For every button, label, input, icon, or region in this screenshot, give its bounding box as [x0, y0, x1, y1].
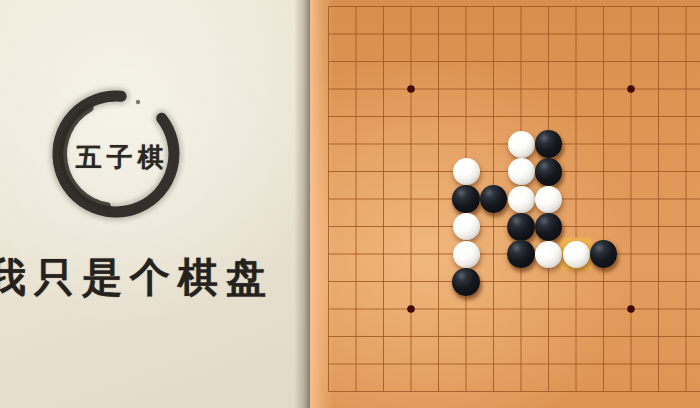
- board-cell[interactable]: [562, 185, 590, 213]
- board-cell[interactable]: [315, 240, 343, 268]
- board-cell[interactable]: [370, 185, 398, 213]
- black-stone: [535, 213, 563, 241]
- board-cell[interactable]: [452, 213, 480, 241]
- board-cell[interactable]: [397, 158, 425, 186]
- board-cell[interactable]: [480, 350, 508, 378]
- board-cell[interactable]: [507, 350, 535, 378]
- board-cell[interactable]: [480, 20, 508, 48]
- board-cell[interactable]: [425, 0, 453, 20]
- board-cell[interactable]: [507, 75, 535, 103]
- board-cell[interactable]: [535, 350, 563, 378]
- board-cell[interactable]: [370, 130, 398, 158]
- board-cell[interactable]: [480, 268, 508, 296]
- board-cell[interactable]: [342, 0, 370, 20]
- board-cell[interactable]: [507, 0, 535, 20]
- board-cell[interactable]: [507, 268, 535, 296]
- board-cell[interactable]: [370, 158, 398, 186]
- board-cell[interactable]: [590, 323, 618, 351]
- board-cell[interactable]: [370, 0, 398, 20]
- board-cell[interactable]: [645, 48, 673, 76]
- board-cell[interactable]: [425, 295, 453, 323]
- board-cell[interactable]: [672, 48, 700, 76]
- board-cell[interactable]: [397, 48, 425, 76]
- board-cell[interactable]: [645, 323, 673, 351]
- board-cell[interactable]: [452, 323, 480, 351]
- board-cell[interactable]: [425, 130, 453, 158]
- board-cell[interactable]: [590, 378, 618, 406]
- board-cell[interactable]: [590, 20, 618, 48]
- board-cell[interactable]: [425, 75, 453, 103]
- board-cell[interactable]: [397, 213, 425, 241]
- board-cell[interactable]: [672, 268, 700, 296]
- board-cell[interactable]: [452, 0, 480, 20]
- board-cell[interactable]: [315, 185, 343, 213]
- board-cell[interactable]: [590, 185, 618, 213]
- board-cell[interactable]: [397, 240, 425, 268]
- board-cell[interactable]: [507, 158, 535, 186]
- board-cell[interactable]: [370, 20, 398, 48]
- board-cell[interactable]: [397, 103, 425, 131]
- board-cell[interactable]: [535, 103, 563, 131]
- board-cell[interactable]: [315, 213, 343, 241]
- board-cell[interactable]: [425, 268, 453, 296]
- board-cell[interactable]: [672, 323, 700, 351]
- board-cell[interactable]: [535, 48, 563, 76]
- board-cell[interactable]: [590, 75, 618, 103]
- board-cell[interactable]: [452, 103, 480, 131]
- board-cell[interactable]: [672, 350, 700, 378]
- board-cell[interactable]: [480, 130, 508, 158]
- board-cell[interactable]: [397, 75, 425, 103]
- board-cell[interactable]: [590, 213, 618, 241]
- white-stone: [563, 241, 590, 268]
- board-cell[interactable]: [397, 350, 425, 378]
- board-cell[interactable]: [342, 158, 370, 186]
- board-cell[interactable]: [397, 130, 425, 158]
- black-stone: [590, 240, 618, 268]
- board-cell[interactable]: [342, 378, 370, 406]
- board-cell[interactable]: [672, 295, 700, 323]
- black-stone: [535, 130, 563, 158]
- black-stone: [507, 213, 535, 241]
- board-cell[interactable]: [342, 323, 370, 351]
- board-cell[interactable]: [425, 323, 453, 351]
- board-cell[interactable]: [507, 103, 535, 131]
- board-cell[interactable]: [480, 185, 508, 213]
- white-stone: [453, 158, 480, 185]
- board-cell[interactable]: [342, 130, 370, 158]
- board-cell[interactable]: [535, 240, 563, 268]
- board-cell[interactable]: [452, 158, 480, 186]
- board-cell[interactable]: [562, 103, 590, 131]
- board-cell[interactable]: [645, 158, 673, 186]
- black-stone: [480, 185, 508, 213]
- board-cell[interactable]: [480, 0, 508, 20]
- board-cell[interactable]: [672, 0, 700, 20]
- board-cell[interactable]: [370, 75, 398, 103]
- board-cell[interactable]: [315, 268, 343, 296]
- board-cell[interactable]: [507, 295, 535, 323]
- board-cell[interactable]: [562, 130, 590, 158]
- board-cell[interactable]: [617, 268, 645, 296]
- board-cell[interactable]: [480, 323, 508, 351]
- board-cell[interactable]: [452, 20, 480, 48]
- board-cell[interactable]: [507, 20, 535, 48]
- board-cell[interactable]: [562, 295, 590, 323]
- board-grid: [315, 0, 700, 405]
- board-cell[interactable]: [590, 130, 618, 158]
- board-cell[interactable]: [535, 378, 563, 406]
- white-stone: [508, 131, 535, 158]
- board-cell[interactable]: [507, 48, 535, 76]
- board-cell[interactable]: [425, 213, 453, 241]
- board-cell[interactable]: [617, 0, 645, 20]
- board-cell[interactable]: [370, 323, 398, 351]
- board-cell[interactable]: [672, 158, 700, 186]
- gomoku-board: [310, 0, 700, 408]
- board-cell[interactable]: [645, 130, 673, 158]
- board-cell[interactable]: [535, 213, 563, 241]
- board-cell[interactable]: [397, 268, 425, 296]
- board-cell[interactable]: [480, 240, 508, 268]
- board-cell[interactable]: [370, 268, 398, 296]
- board-cell[interactable]: [617, 75, 645, 103]
- board-cell[interactable]: [562, 75, 590, 103]
- board-cell[interactable]: [672, 20, 700, 48]
- caption-text: 我只是个棋盘: [0, 250, 274, 305]
- board-cell[interactable]: [342, 240, 370, 268]
- board-cell[interactable]: [425, 185, 453, 213]
- board-cell[interactable]: [562, 213, 590, 241]
- board-cell[interactable]: [397, 185, 425, 213]
- board-cell[interactable]: [645, 378, 673, 406]
- board-cell[interactable]: [562, 158, 590, 186]
- board-cell[interactable]: [645, 75, 673, 103]
- board-cell[interactable]: [452, 268, 480, 296]
- board-cell[interactable]: [617, 350, 645, 378]
- board-cell[interactable]: [562, 378, 590, 406]
- board-cell[interactable]: [590, 268, 618, 296]
- board-cell[interactable]: [397, 0, 425, 20]
- board-cell[interactable]: [590, 103, 618, 131]
- board-cell[interactable]: [342, 268, 370, 296]
- board-cell[interactable]: [452, 240, 480, 268]
- black-stone: [452, 185, 480, 213]
- board-cell[interactable]: [562, 240, 590, 268]
- board-cell[interactable]: [342, 20, 370, 48]
- board-cell[interactable]: [617, 240, 645, 268]
- board-cell[interactable]: [645, 268, 673, 296]
- board-cell[interactable]: [480, 295, 508, 323]
- board-cell[interactable]: [452, 48, 480, 76]
- board-cell[interactable]: [617, 103, 645, 131]
- board-cell[interactable]: [342, 48, 370, 76]
- white-stone: [535, 241, 562, 268]
- board-cell[interactable]: [370, 213, 398, 241]
- board-cell[interactable]: [397, 295, 425, 323]
- board-cell[interactable]: [645, 350, 673, 378]
- board-cell[interactable]: [672, 130, 700, 158]
- board-cell[interactable]: [590, 48, 618, 76]
- board-cell[interactable]: [672, 185, 700, 213]
- board-cell[interactable]: [370, 103, 398, 131]
- board-cell[interactable]: [617, 323, 645, 351]
- board-cell[interactable]: [425, 48, 453, 76]
- board-cell[interactable]: [645, 185, 673, 213]
- board-cell[interactable]: [342, 103, 370, 131]
- board-cell[interactable]: [480, 213, 508, 241]
- black-stone: [535, 158, 563, 186]
- board-cell[interactable]: [645, 295, 673, 323]
- board-cell[interactable]: [507, 213, 535, 241]
- board-cell[interactable]: [342, 295, 370, 323]
- board-cell[interactable]: [562, 20, 590, 48]
- white-stone: [508, 158, 535, 185]
- board-cell[interactable]: [315, 75, 343, 103]
- board-cell[interactable]: [342, 213, 370, 241]
- board-cell[interactable]: [562, 0, 590, 20]
- board-cell[interactable]: [315, 378, 343, 406]
- black-stone: [507, 240, 535, 268]
- board-cell[interactable]: [315, 295, 343, 323]
- white-stone: [453, 241, 480, 268]
- board-cell[interactable]: [342, 75, 370, 103]
- screenshot-root: 五子棋 我只是个棋盘: [0, 0, 700, 408]
- board-cell[interactable]: [480, 378, 508, 406]
- board-cell[interactable]: [535, 185, 563, 213]
- board-cell[interactable]: [562, 48, 590, 76]
- board-cell[interactable]: [425, 103, 453, 131]
- board-cell[interactable]: [452, 350, 480, 378]
- board-cell[interactable]: [397, 323, 425, 351]
- board-cell[interactable]: [535, 20, 563, 48]
- board-cell[interactable]: [480, 48, 508, 76]
- board-cell[interactable]: [370, 240, 398, 268]
- board-cell[interactable]: [590, 350, 618, 378]
- white-stone: [453, 213, 480, 240]
- board-cell[interactable]: [617, 378, 645, 406]
- board-cell[interactable]: [562, 268, 590, 296]
- board-cell[interactable]: [452, 130, 480, 158]
- board-cell[interactable]: [315, 103, 343, 131]
- board-cell[interactable]: [507, 378, 535, 406]
- board-cell[interactable]: [617, 130, 645, 158]
- board-cell[interactable]: [342, 350, 370, 378]
- board-cell[interactable]: [672, 213, 700, 241]
- board-cell[interactable]: [452, 75, 480, 103]
- ink-speck: [136, 100, 140, 104]
- board-cell[interactable]: [480, 158, 508, 186]
- board-cell[interactable]: [397, 20, 425, 48]
- board-cell[interactable]: [507, 130, 535, 158]
- board-cell[interactable]: [315, 0, 343, 20]
- board-cell[interactable]: [370, 295, 398, 323]
- board-cell[interactable]: [507, 240, 535, 268]
- board-cell[interactable]: [535, 0, 563, 20]
- board-cell[interactable]: [535, 75, 563, 103]
- board-cell[interactable]: [617, 295, 645, 323]
- board-cell[interactable]: [425, 350, 453, 378]
- board-cell[interactable]: [425, 158, 453, 186]
- board-cell[interactable]: [645, 20, 673, 48]
- board-cell[interactable]: [342, 185, 370, 213]
- board-cell[interactable]: [590, 295, 618, 323]
- board-cell[interactable]: [452, 295, 480, 323]
- board-cell[interactable]: [617, 48, 645, 76]
- board-cell[interactable]: [672, 378, 700, 406]
- board-cell[interactable]: [535, 130, 563, 158]
- left-panel: 五子棋 我只是个棋盘: [0, 0, 310, 408]
- white-stone: [508, 186, 535, 213]
- board-cell[interactable]: [315, 130, 343, 158]
- board-cell[interactable]: [315, 350, 343, 378]
- board-cell[interactable]: [535, 158, 563, 186]
- board-cell[interactable]: [315, 20, 343, 48]
- white-stone: [535, 186, 562, 213]
- board-cell[interactable]: [645, 213, 673, 241]
- board-cell[interactable]: [452, 378, 480, 406]
- board-cell[interactable]: [672, 103, 700, 131]
- board-cell[interactable]: [315, 323, 343, 351]
- black-stone: [452, 268, 480, 296]
- board-cell[interactable]: [672, 240, 700, 268]
- panel-board-seam-shadow: [294, 0, 310, 408]
- board-cell[interactable]: [425, 378, 453, 406]
- board-cell[interactable]: [645, 0, 673, 20]
- board-cell[interactable]: [315, 158, 343, 186]
- board-cell[interactable]: [590, 0, 618, 20]
- board-cell[interactable]: [535, 323, 563, 351]
- board-cell[interactable]: [672, 75, 700, 103]
- board-cell[interactable]: [507, 323, 535, 351]
- board-cell[interactable]: [535, 268, 563, 296]
- board-cell[interactable]: [480, 103, 508, 131]
- board-cell[interactable]: [590, 240, 618, 268]
- board-cell[interactable]: [645, 240, 673, 268]
- board-cell[interactable]: [425, 240, 453, 268]
- board-cell[interactable]: [617, 20, 645, 48]
- board-cell[interactable]: [452, 185, 480, 213]
- board-cell[interactable]: [562, 323, 590, 351]
- board-cell[interactable]: [370, 350, 398, 378]
- board-cell[interactable]: [617, 213, 645, 241]
- board-cell[interactable]: [480, 75, 508, 103]
- board-cell[interactable]: [425, 20, 453, 48]
- board-cell[interactable]: [617, 158, 645, 186]
- board-cell[interactable]: [315, 48, 343, 76]
- board-cell[interactable]: [535, 295, 563, 323]
- board-cell[interactable]: [370, 378, 398, 406]
- board-cell[interactable]: [617, 185, 645, 213]
- board-cell[interactable]: [590, 158, 618, 186]
- board-cell[interactable]: [562, 350, 590, 378]
- game-title: 五子棋: [56, 140, 188, 175]
- board-cell[interactable]: [397, 378, 425, 406]
- board-cell[interactable]: [507, 185, 535, 213]
- board-cell[interactable]: [645, 103, 673, 131]
- board-cell[interactable]: [370, 48, 398, 76]
